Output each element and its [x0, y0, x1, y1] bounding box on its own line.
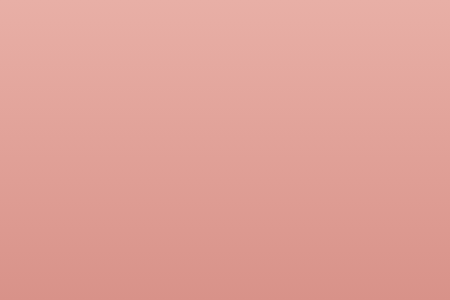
board-frame	[0, 0, 450, 300]
xiangqi-app-screenshot: 楚河 漢界 将兵兵兵馬象炮馬車卒炮	[0, 0, 450, 300]
